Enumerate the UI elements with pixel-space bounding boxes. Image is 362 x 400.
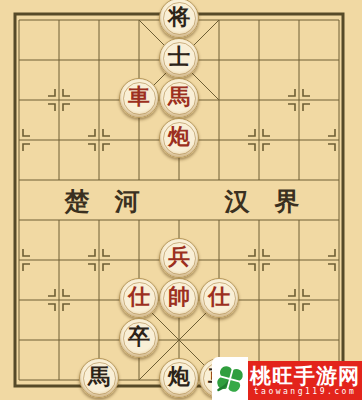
piece-black-soldier[interactable]: 卒: [119, 318, 159, 358]
piece-red-cannon[interactable]: 炮: [159, 118, 199, 158]
site-url: taowang119.com: [254, 387, 356, 397]
piece-character: 仕: [128, 286, 150, 308]
river-label: 界: [272, 185, 302, 218]
piece-character: 士: [168, 46, 190, 68]
piece-character: 炮: [168, 126, 190, 148]
xiangqi-board-screen: 楚河汉界 将士車馬炮兵仕帥仕卒馬炮車 桃旺手游网 taowang119.com: [0, 0, 362, 400]
site-name: 桃旺手游网: [250, 365, 360, 387]
piece-red-chariot[interactable]: 車: [119, 78, 159, 118]
river-label: 汉: [222, 185, 252, 218]
piece-character: 仕: [208, 286, 230, 308]
piece-red-soldier[interactable]: 兵: [159, 238, 199, 278]
piece-character: 馬: [88, 366, 110, 388]
site-watermark-banner[interactable]: 桃旺手游网 taowang119.com: [212, 357, 362, 400]
piece-character: 卒: [128, 326, 150, 348]
piece-black-horse[interactable]: 馬: [79, 358, 119, 398]
piece-red-general[interactable]: 帥: [159, 278, 199, 318]
piece-character: 車: [128, 86, 150, 108]
piece-character: 馬: [168, 86, 190, 108]
piece-red-horse[interactable]: 馬: [159, 78, 199, 118]
piece-black-advisor[interactable]: 士: [159, 38, 199, 78]
piece-character: 将: [168, 6, 190, 28]
piece-character: 兵: [168, 246, 190, 268]
clover-logo-box: [212, 357, 248, 400]
piece-red-advisor[interactable]: 仕: [119, 278, 159, 318]
watermark-red-panel: 桃旺手游网 taowang119.com: [248, 361, 362, 400]
piece-red-advisor[interactable]: 仕: [199, 278, 239, 318]
river-label: 河: [112, 185, 142, 218]
piece-black-cannon[interactable]: 炮: [159, 358, 199, 398]
four-leaf-clover-icon: [215, 364, 245, 394]
piece-character: 炮: [168, 366, 190, 388]
river-label: 楚: [62, 185, 92, 218]
piece-character: 帥: [168, 286, 190, 308]
